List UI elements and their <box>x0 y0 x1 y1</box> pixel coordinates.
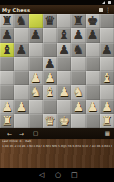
black-pawn: ♟ <box>57 43 71 57</box>
redo-button[interactable]: → <box>19 129 24 138</box>
home-icon[interactable]: ○ <box>55 171 61 179</box>
board-icon[interactable] <box>99 8 103 12</box>
square-g6[interactable] <box>86 43 100 57</box>
square-c2[interactable] <box>29 100 43 114</box>
square-c5[interactable] <box>29 57 43 71</box>
square-h4[interactable]: ♝ <box>100 71 114 85</box>
square-c8[interactable] <box>29 14 43 28</box>
white-pawn: ♟ <box>100 100 114 114</box>
move-list-text: 1.d4 d5 2.c4 e6 3.Nc3 Be7 4.Nf3 Nf6 5.Bg… <box>2 145 112 149</box>
black-pawn: ♟ <box>14 43 28 57</box>
square-g8[interactable]: ♚ <box>86 14 100 28</box>
black-knight: ♞ <box>14 14 28 28</box>
black-pawn: ♟ <box>71 28 85 42</box>
square-a1[interactable]: ♜ <box>0 114 14 128</box>
square-f6[interactable]: ♞ <box>71 43 85 57</box>
last-move-text: Last move: 8... Ba6 <box>2 140 112 144</box>
square-f7[interactable]: ♟ <box>71 28 85 42</box>
square-e7[interactable]: ♝ <box>57 28 71 42</box>
app-title: My Chess <box>2 7 30 13</box>
square-h6[interactable]: ♟ <box>100 43 114 57</box>
square-a7[interactable]: ♟ <box>0 28 14 42</box>
white-pawn: ♟ <box>71 100 85 114</box>
square-f1[interactable] <box>71 114 85 128</box>
white-king: ♚ <box>57 114 71 128</box>
stop-button[interactable]: ▢ <box>33 129 38 138</box>
square-d7[interactable] <box>43 28 57 42</box>
square-h5[interactable] <box>100 57 114 71</box>
square-b1[interactable] <box>14 114 28 128</box>
black-pawn: ♟ <box>100 43 114 57</box>
move-list-panel: Last move: 8... Ba6 1.d4 d5 2.c4 e6 3.Nc… <box>0 139 114 168</box>
square-b8[interactable]: ♞ <box>14 14 28 28</box>
back-icon[interactable]: ◁ <box>39 171 44 179</box>
square-g7[interactable]: ♟ <box>86 28 100 42</box>
white-queen: ♛ <box>43 114 57 128</box>
battery-icon <box>108 1 111 4</box>
black-queen: ♛ <box>43 14 57 28</box>
white-bishop: ♝ <box>100 71 114 85</box>
white-bishop: ♝ <box>43 85 57 99</box>
controls-bar: ← → ▢ ▦ <box>0 128 114 139</box>
square-c7[interactable]: ♟ <box>29 28 43 42</box>
white-pawn: ♟ <box>43 71 57 85</box>
black-rook: ♜ <box>71 14 85 28</box>
white-pawn: ♟ <box>86 100 100 114</box>
square-a8[interactable]: ♜ <box>0 14 14 28</box>
square-f8[interactable]: ♜ <box>71 14 85 28</box>
square-b3[interactable] <box>14 85 28 99</box>
square-d5[interactable]: ♟ <box>43 57 57 71</box>
square-e2[interactable] <box>57 100 71 114</box>
recents-icon[interactable]: □ <box>71 171 78 179</box>
square-h3[interactable] <box>100 85 114 99</box>
square-b4[interactable] <box>14 71 28 85</box>
chess-board: ♜♞♛♜♚♟♟♝♟♟♝♟♟♞♟♟♟♟♝♞♝♟♞♟♟♟♟♟♜♛♚♜ <box>0 14 114 128</box>
undo-button[interactable]: ← <box>7 129 12 138</box>
black-bishop: ♝ <box>57 28 71 42</box>
square-a6[interactable]: ♝ <box>0 43 14 57</box>
white-pawn: ♟ <box>57 85 71 99</box>
square-d8[interactable]: ♛ <box>43 14 57 28</box>
black-knight: ♞ <box>71 43 85 57</box>
square-d6[interactable] <box>43 43 57 57</box>
square-f3[interactable]: ♞ <box>71 85 85 99</box>
square-g2[interactable]: ♟ <box>86 100 100 114</box>
square-e8[interactable] <box>57 14 71 28</box>
overflow-menu-icon[interactable]: ⋮ <box>105 6 111 14</box>
square-a4[interactable] <box>0 71 14 85</box>
signal-icon <box>102 1 105 4</box>
white-rook: ♜ <box>100 114 114 128</box>
square-g3[interactable] <box>86 85 100 99</box>
android-nav-bar: ◁ ○ □ <box>0 168 114 182</box>
square-g5[interactable] <box>86 57 100 71</box>
square-d2[interactable] <box>43 100 57 114</box>
black-pawn: ♟ <box>29 28 43 42</box>
black-pawn: ♟ <box>0 28 14 42</box>
square-a3[interactable] <box>0 85 14 99</box>
square-c3[interactable]: ♞ <box>29 85 43 99</box>
square-f5[interactable] <box>71 57 85 71</box>
flip-board-button[interactable]: ▦ <box>105 129 110 138</box>
black-bishop: ♝ <box>0 43 14 57</box>
square-d4[interactable]: ♟ <box>43 71 57 85</box>
square-f4[interactable] <box>71 71 85 85</box>
square-e5[interactable] <box>57 57 71 71</box>
square-a5[interactable] <box>0 57 14 71</box>
square-f2[interactable]: ♟ <box>71 100 85 114</box>
square-h2[interactable]: ♟ <box>100 100 114 114</box>
square-g4[interactable] <box>86 71 100 85</box>
black-rook: ♜ <box>0 14 14 28</box>
square-b6[interactable]: ♟ <box>14 43 28 57</box>
square-d1[interactable]: ♛ <box>43 114 57 128</box>
square-a2[interactable]: ♟ <box>0 100 14 114</box>
square-d3[interactable]: ♝ <box>43 85 57 99</box>
square-b5[interactable] <box>14 57 28 71</box>
white-knight: ♞ <box>71 85 85 99</box>
black-pawn: ♟ <box>43 57 57 71</box>
white-rook: ♜ <box>0 114 14 128</box>
square-c6[interactable] <box>29 43 43 57</box>
white-pawn: ♟ <box>14 100 28 114</box>
square-e1[interactable]: ♚ <box>57 114 71 128</box>
square-e4[interactable] <box>57 71 71 85</box>
black-king: ♚ <box>86 14 100 28</box>
white-pawn: ♟ <box>0 100 14 114</box>
black-pawn: ♟ <box>86 28 100 42</box>
square-c1[interactable] <box>29 114 43 128</box>
square-h7[interactable] <box>100 28 114 42</box>
square-b2[interactable]: ♟ <box>14 100 28 114</box>
square-b7[interactable] <box>14 28 28 42</box>
white-pawn: ♟ <box>29 71 43 85</box>
app-screen: My Chess ⋮ ♜♞♛♜♚♟♟♝♟♟♝♟♟♞♟♟♟♟♝♞♝♟♞♟♟♟♟♟♜… <box>0 0 114 182</box>
square-e6[interactable]: ♟ <box>57 43 71 57</box>
white-knight: ♞ <box>29 85 43 99</box>
square-c4[interactable]: ♟ <box>29 71 43 85</box>
square-h8[interactable] <box>100 14 114 28</box>
square-e3[interactable]: ♟ <box>57 85 71 99</box>
square-h1[interactable]: ♜ <box>100 114 114 128</box>
square-g1[interactable] <box>86 114 100 128</box>
